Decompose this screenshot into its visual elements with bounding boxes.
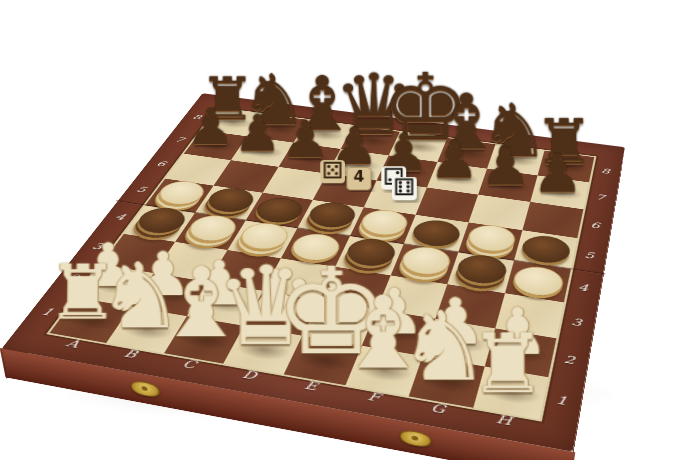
- brass-latch-right: [400, 429, 432, 449]
- piece-white-rook-h1[interactable]: ♜: [463, 324, 553, 406]
- rank-label-right-5: 5: [571, 238, 609, 274]
- piece-black-pawn-h7[interactable]: ♟: [522, 147, 594, 200]
- brass-latch-left: [130, 379, 160, 398]
- product-photo-scene: ABCDEFGH1122334455667788♜♞♝♛♚♝♞♜♟♟♟♟♟♟♟♟…: [0, 0, 700, 460]
- die-wood-5[interactable]: ⚄: [320, 160, 345, 183]
- rank-label-right-6: 6: [577, 209, 613, 242]
- doubling-cube[interactable]: 4: [346, 167, 371, 190]
- die-white-6[interactable]: ⚅: [392, 177, 417, 201]
